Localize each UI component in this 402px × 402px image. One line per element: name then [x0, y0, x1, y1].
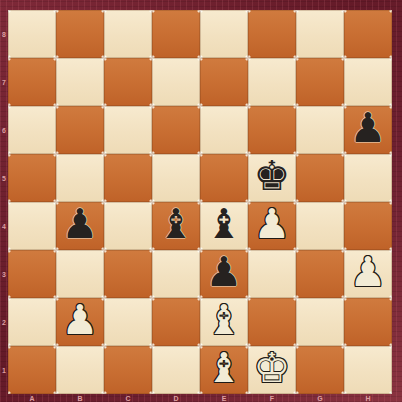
black-king-piece[interactable]: ♚ — [248, 152, 296, 200]
black-bishop-piece[interactable]: ♝ — [200, 200, 248, 248]
black-bishop-piece[interactable]: ♝ — [152, 200, 200, 248]
square-h4[interactable] — [344, 202, 392, 250]
square-c1[interactable] — [104, 346, 152, 394]
square-e8[interactable] — [200, 10, 248, 58]
square-c5[interactable] — [104, 154, 152, 202]
square-g4[interactable] — [296, 202, 344, 250]
square-b5[interactable] — [56, 154, 104, 202]
square-d6[interactable] — [152, 106, 200, 154]
square-e7[interactable] — [200, 58, 248, 106]
square-g3[interactable] — [296, 250, 344, 298]
rank-label-5: 5 — [0, 154, 8, 202]
square-c8[interactable] — [104, 10, 152, 58]
square-h1[interactable] — [344, 346, 392, 394]
square-c6[interactable] — [104, 106, 152, 154]
square-d1[interactable] — [152, 346, 200, 394]
square-b4[interactable]: ♟ — [56, 202, 104, 250]
square-a3[interactable] — [8, 250, 56, 298]
rank-label-3: 3 — [0, 250, 8, 298]
square-f8[interactable] — [248, 10, 296, 58]
square-h3[interactable]: ♟ — [344, 250, 392, 298]
square-f2[interactable] — [248, 298, 296, 346]
square-c4[interactable] — [104, 202, 152, 250]
square-b2[interactable]: ♟ — [56, 298, 104, 346]
white-pawn-piece[interactable]: ♟ — [248, 200, 296, 248]
rank-label-4: 4 — [0, 202, 8, 250]
square-e3[interactable]: ♟ — [200, 250, 248, 298]
square-g5[interactable] — [296, 154, 344, 202]
square-e1[interactable]: ♝ — [200, 346, 248, 394]
square-c2[interactable] — [104, 298, 152, 346]
square-e6[interactable] — [200, 106, 248, 154]
square-g6[interactable] — [296, 106, 344, 154]
square-h5[interactable] — [344, 154, 392, 202]
white-pawn-piece[interactable]: ♟ — [344, 248, 392, 296]
square-b8[interactable] — [56, 10, 104, 58]
file-label-e: E — [200, 394, 248, 402]
black-pawn-piece[interactable]: ♟ — [344, 104, 392, 152]
square-f7[interactable] — [248, 58, 296, 106]
square-d8[interactable] — [152, 10, 200, 58]
square-f6[interactable] — [248, 106, 296, 154]
square-h7[interactable] — [344, 58, 392, 106]
square-a7[interactable] — [8, 58, 56, 106]
white-bishop-piece[interactable]: ♝ — [200, 296, 248, 344]
chess-board: ♟♚♟♝♝♟♟♟♟♝♝♚ — [8, 10, 392, 394]
rank-label-8: 8 — [0, 10, 8, 58]
square-d3[interactable] — [152, 250, 200, 298]
file-label-d: D — [152, 394, 200, 402]
square-e4[interactable]: ♝ — [200, 202, 248, 250]
square-c3[interactable] — [104, 250, 152, 298]
square-a1[interactable] — [8, 346, 56, 394]
square-a4[interactable] — [8, 202, 56, 250]
square-g7[interactable] — [296, 58, 344, 106]
square-f4[interactable]: ♟ — [248, 202, 296, 250]
square-b1[interactable] — [56, 346, 104, 394]
square-b7[interactable] — [56, 58, 104, 106]
square-b6[interactable] — [56, 106, 104, 154]
white-king-piece[interactable]: ♚ — [248, 344, 296, 392]
square-a8[interactable] — [8, 10, 56, 58]
file-label-a: A — [8, 394, 56, 402]
rank-label-2: 2 — [0, 298, 8, 346]
file-label-h: H — [344, 394, 392, 402]
square-h8[interactable] — [344, 10, 392, 58]
white-bishop-piece[interactable]: ♝ — [200, 344, 248, 392]
black-pawn-piece[interactable]: ♟ — [56, 200, 104, 248]
square-h6[interactable]: ♟ — [344, 106, 392, 154]
chess-board-frame: ♟♚♟♝♝♟♟♟♟♝♝♚ 87654321ABCDEFGH — [0, 0, 402, 402]
square-f3[interactable] — [248, 250, 296, 298]
square-f1[interactable]: ♚ — [248, 346, 296, 394]
square-d2[interactable] — [152, 298, 200, 346]
square-a5[interactable] — [8, 154, 56, 202]
square-g8[interactable] — [296, 10, 344, 58]
square-d7[interactable] — [152, 58, 200, 106]
white-pawn-piece[interactable]: ♟ — [56, 296, 104, 344]
file-label-c: C — [104, 394, 152, 402]
square-d4[interactable]: ♝ — [152, 202, 200, 250]
square-f5[interactable]: ♚ — [248, 154, 296, 202]
square-g2[interactable] — [296, 298, 344, 346]
file-label-f: F — [248, 394, 296, 402]
square-d5[interactable] — [152, 154, 200, 202]
square-h2[interactable] — [344, 298, 392, 346]
square-a2[interactable] — [8, 298, 56, 346]
file-label-b: B — [56, 394, 104, 402]
square-e2[interactable]: ♝ — [200, 298, 248, 346]
rank-label-7: 7 — [0, 58, 8, 106]
rank-label-6: 6 — [0, 106, 8, 154]
square-b3[interactable] — [56, 250, 104, 298]
black-pawn-piece[interactable]: ♟ — [200, 248, 248, 296]
square-a6[interactable] — [8, 106, 56, 154]
file-label-g: G — [296, 394, 344, 402]
square-e5[interactable] — [200, 154, 248, 202]
square-g1[interactable] — [296, 346, 344, 394]
square-c7[interactable] — [104, 58, 152, 106]
rank-label-1: 1 — [0, 346, 8, 394]
